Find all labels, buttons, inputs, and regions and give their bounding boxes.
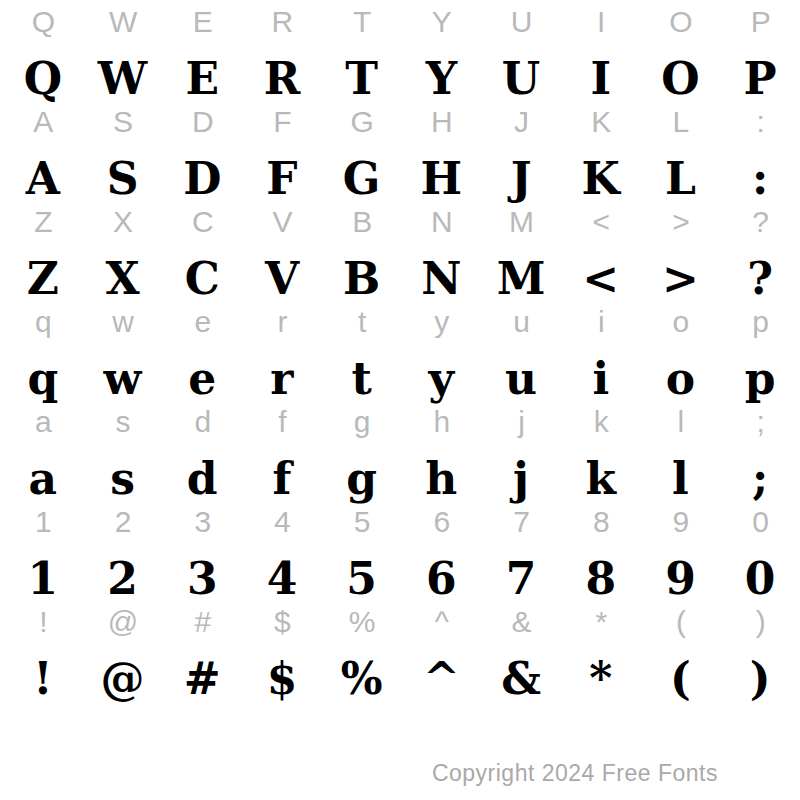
reference-char: ( [641, 607, 721, 637]
reference-char: e [162, 307, 242, 337]
reference-row-3: qwertyuiop [3, 307, 800, 337]
specimen-char: O [641, 57, 721, 101]
specimen-char: P [720, 57, 800, 101]
specimen-char: D [162, 157, 242, 201]
specimen-char: e [162, 357, 242, 401]
reference-char: & [481, 607, 561, 637]
specimen-char: I [561, 57, 641, 101]
specimen-row-pair-0: QWERTYUIOPQWERTYUIOP [0, 0, 800, 100]
reference-char: J [481, 107, 561, 137]
reference-char: S [83, 107, 163, 137]
specimen-char: C [162, 257, 242, 301]
specimen-row-6: !@#$%^&*() [3, 657, 800, 701]
reference-char: q [3, 307, 83, 337]
reference-char: 3 [162, 507, 242, 537]
specimen-char: ; [720, 457, 800, 501]
specimen-char: o [641, 357, 721, 401]
reference-char: l [641, 407, 721, 437]
reference-char: X [83, 207, 163, 237]
reference-row-1: ASDFGHJKL: [3, 107, 800, 137]
specimen-char: E [162, 57, 242, 101]
character-grid: QWERTYUIOPQWERTYUIOPASDFGHJKL:ASDFGHJKL:… [0, 0, 800, 700]
reference-row-4: asdfghjkl; [3, 407, 800, 437]
specimen-char: : [720, 157, 800, 201]
reference-char: < [561, 207, 641, 237]
reference-row-2: ZXCVBNM<>? [3, 207, 800, 237]
specimen-char: % [322, 657, 402, 701]
specimen-char: q [3, 357, 83, 401]
reference-char: L [641, 107, 721, 137]
specimen-char: Y [401, 57, 481, 101]
specimen-row-pair-5: 12345678901234567890 [0, 500, 800, 600]
specimen-char: G [322, 157, 402, 201]
reference-char: d [162, 407, 242, 437]
specimen-char: B [322, 257, 402, 301]
specimen-row-1: ASDFGHJKL: [3, 157, 800, 201]
specimen-char: 6 [401, 557, 481, 601]
reference-char: A [3, 107, 83, 137]
reference-char: 8 [561, 507, 641, 537]
specimen-char: f [242, 457, 322, 501]
reference-char: u [481, 307, 561, 337]
reference-char: > [641, 207, 721, 237]
specimen-row-2: ZXCVBNM<>? [3, 257, 800, 301]
reference-char: Q [3, 7, 83, 37]
specimen-char: u [481, 357, 561, 401]
copyright-text: Copyright 2024 Free Fonts [432, 760, 718, 787]
specimen-char: r [242, 357, 322, 401]
specimen-char: w [83, 357, 163, 401]
specimen-char: ! [3, 657, 83, 701]
specimen-char: X [83, 257, 163, 301]
reference-char: M [481, 207, 561, 237]
specimen-char: 1 [3, 557, 83, 601]
specimen-char: S [83, 157, 163, 201]
reference-char: % [322, 607, 402, 637]
specimen-char: # [162, 657, 242, 701]
specimen-char: y [401, 357, 481, 401]
reference-char: E [162, 7, 242, 37]
specimen-char: h [401, 457, 481, 501]
reference-char: W [83, 7, 163, 37]
reference-char: # [162, 607, 242, 637]
reference-char: C [162, 207, 242, 237]
specimen-char: Q [3, 57, 83, 101]
specimen-char: J [481, 157, 561, 201]
reference-char: P [720, 7, 800, 37]
specimen-char: 9 [641, 557, 721, 601]
reference-char: I [561, 7, 641, 37]
reference-char: B [322, 207, 402, 237]
specimen-char: s [83, 457, 163, 501]
specimen-char: d [162, 457, 242, 501]
specimen-row-pair-4: asdfghjkl;asdfghjkl; [0, 400, 800, 500]
specimen-char: $ [242, 657, 322, 701]
specimen-char: & [481, 657, 561, 701]
reference-char: r [242, 307, 322, 337]
specimen-char: A [3, 157, 83, 201]
reference-char: T [322, 7, 402, 37]
specimen-char: ) [720, 657, 800, 701]
reference-char: * [561, 607, 641, 637]
specimen-char: M [481, 257, 561, 301]
specimen-char: k [561, 457, 641, 501]
specimen-char: K [561, 157, 641, 201]
specimen-char: ? [720, 257, 800, 301]
specimen-char: t [322, 357, 402, 401]
specimen-char: 0 [720, 557, 800, 601]
reference-char: F [242, 107, 322, 137]
reference-char: k [561, 407, 641, 437]
reference-char: @ [83, 607, 163, 637]
reference-char: ! [3, 607, 83, 637]
specimen-char: H [401, 157, 481, 201]
specimen-char: Z [3, 257, 83, 301]
specimen-char: ( [641, 657, 721, 701]
specimen-char: @ [83, 657, 163, 701]
reference-char: w [83, 307, 163, 337]
specimen-char: g [322, 457, 402, 501]
reference-char: U [481, 7, 561, 37]
specimen-char: > [641, 257, 721, 301]
specimen-char: ^ [401, 657, 481, 701]
specimen-char: l [641, 457, 721, 501]
reference-char: R [242, 7, 322, 37]
specimen-row-5: 1234567890 [3, 557, 800, 601]
specimen-char: i [561, 357, 641, 401]
specimen-char: * [561, 657, 641, 701]
reference-char: Y [401, 7, 481, 37]
reference-char: f [242, 407, 322, 437]
reference-char: $ [242, 607, 322, 637]
reference-char: 2 [83, 507, 163, 537]
reference-char: V [242, 207, 322, 237]
specimen-char: 8 [561, 557, 641, 601]
specimen-char: 3 [162, 557, 242, 601]
reference-row-6: !@#$%^&*() [3, 607, 800, 637]
reference-char: s [83, 407, 163, 437]
specimen-char: L [641, 157, 721, 201]
reference-char: Z [3, 207, 83, 237]
font-specimen-sheet: QWERTYUIOPQWERTYUIOPASDFGHJKL:ASDFGHJKL:… [0, 0, 800, 800]
specimen-row-pair-6: !@#$%^&*()!@#$%^&*() [0, 600, 800, 700]
reference-char: 7 [481, 507, 561, 537]
reference-char: g [322, 407, 402, 437]
reference-char: j [481, 407, 561, 437]
reference-char: N [401, 207, 481, 237]
specimen-row-3: qwertyuiop [3, 357, 800, 401]
reference-row-0: QWERTYUIOP [3, 7, 800, 37]
specimen-row-4: asdfghjkl; [3, 457, 800, 501]
reference-char: p [720, 307, 800, 337]
reference-char: a [3, 407, 83, 437]
reference-char: ^ [401, 607, 481, 637]
reference-char: K [561, 107, 641, 137]
reference-char: O [641, 7, 721, 37]
reference-char: 0 [720, 507, 800, 537]
reference-char: o [641, 307, 721, 337]
reference-char: ) [720, 607, 800, 637]
reference-char: y [401, 307, 481, 337]
specimen-char: U [481, 57, 561, 101]
specimen-char: 2 [83, 557, 163, 601]
reference-char: H [401, 107, 481, 137]
specimen-row-0: QWERTYUIOP [3, 57, 800, 101]
specimen-char: 5 [322, 557, 402, 601]
specimen-row-pair-3: qwertyuiopqwertyuiop [0, 300, 800, 400]
reference-char: ? [720, 207, 800, 237]
specimen-char: 4 [242, 557, 322, 601]
specimen-char: a [3, 457, 83, 501]
reference-char: D [162, 107, 242, 137]
reference-char: : [720, 107, 800, 137]
reference-char: 1 [3, 507, 83, 537]
reference-char: ; [720, 407, 800, 437]
reference-char: t [322, 307, 402, 337]
reference-char: 9 [641, 507, 721, 537]
specimen-char: F [242, 157, 322, 201]
reference-char: 6 [401, 507, 481, 537]
specimen-char: T [322, 57, 402, 101]
specimen-char: N [401, 257, 481, 301]
specimen-char: V [242, 257, 322, 301]
reference-char: h [401, 407, 481, 437]
specimen-char: R [242, 57, 322, 101]
reference-char: G [322, 107, 402, 137]
reference-char: 5 [322, 507, 402, 537]
specimen-char: W [83, 57, 163, 101]
specimen-char: p [720, 357, 800, 401]
specimen-row-pair-1: ASDFGHJKL:ASDFGHJKL: [0, 100, 800, 200]
reference-row-5: 1234567890 [3, 507, 800, 537]
specimen-row-pair-2: ZXCVBNM<>?ZXCVBNM<>? [0, 200, 800, 300]
specimen-char: 7 [481, 557, 561, 601]
specimen-char: < [561, 257, 641, 301]
reference-char: i [561, 307, 641, 337]
reference-char: 4 [242, 507, 322, 537]
specimen-char: j [481, 457, 561, 501]
